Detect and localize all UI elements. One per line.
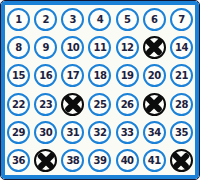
number-cell-33[interactable]: 33 bbox=[116, 121, 139, 144]
number-cell-7[interactable]: 7 bbox=[170, 8, 193, 31]
number-cell-41[interactable]: 41 bbox=[143, 149, 166, 172]
number-cell-19[interactable]: 19 bbox=[116, 64, 139, 87]
number-cell-30[interactable]: 30 bbox=[34, 121, 57, 144]
number-cell-39[interactable]: 39 bbox=[88, 149, 111, 172]
number-cell-10[interactable]: 10 bbox=[61, 36, 84, 59]
crossed-number-cell-27[interactable] bbox=[143, 93, 166, 116]
number-cell-3[interactable]: 3 bbox=[61, 8, 84, 31]
crossed-number-cell-42[interactable] bbox=[170, 149, 193, 172]
number-cell-21[interactable]: 21 bbox=[170, 64, 193, 87]
number-cell-4[interactable]: 4 bbox=[88, 8, 111, 31]
number-cell-15[interactable]: 15 bbox=[7, 64, 30, 87]
x-mark-icon bbox=[63, 95, 82, 114]
x-mark-icon bbox=[145, 95, 164, 114]
number-cell-20[interactable]: 20 bbox=[143, 64, 166, 87]
crossed-number-cell-13[interactable] bbox=[143, 36, 166, 59]
number-cell-6[interactable]: 6 bbox=[143, 8, 166, 31]
number-cell-9[interactable]: 9 bbox=[34, 36, 57, 59]
number-cell-11[interactable]: 11 bbox=[88, 36, 111, 59]
number-cell-29[interactable]: 29 bbox=[7, 121, 30, 144]
number-cell-23[interactable]: 23 bbox=[34, 93, 57, 116]
number-cell-22[interactable]: 22 bbox=[7, 93, 30, 116]
number-cell-31[interactable]: 31 bbox=[61, 121, 84, 144]
crossed-number-cell-37[interactable] bbox=[34, 149, 57, 172]
number-cell-40[interactable]: 40 bbox=[116, 149, 139, 172]
number-cell-16[interactable]: 16 bbox=[34, 64, 57, 87]
number-cell-38[interactable]: 38 bbox=[61, 149, 84, 172]
crossed-number-cell-24[interactable] bbox=[61, 93, 84, 116]
lottery-card: 1234567891011121415161718192021222325262… bbox=[0, 0, 200, 180]
number-cell-12[interactable]: 12 bbox=[116, 36, 139, 59]
number-cell-34[interactable]: 34 bbox=[143, 121, 166, 144]
number-cell-28[interactable]: 28 bbox=[170, 93, 193, 116]
number-cell-5[interactable]: 5 bbox=[116, 8, 139, 31]
number-cell-14[interactable]: 14 bbox=[170, 36, 193, 59]
number-cell-18[interactable]: 18 bbox=[88, 64, 111, 87]
x-mark-icon bbox=[36, 151, 55, 170]
number-cell-26[interactable]: 26 bbox=[116, 93, 139, 116]
number-cell-1[interactable]: 1 bbox=[7, 8, 30, 31]
number-cell-8[interactable]: 8 bbox=[7, 36, 30, 59]
number-cell-2[interactable]: 2 bbox=[34, 8, 57, 31]
x-mark-icon bbox=[172, 151, 191, 170]
number-cell-25[interactable]: 25 bbox=[88, 93, 111, 116]
x-mark-icon bbox=[145, 38, 164, 57]
number-grid: 1234567891011121415161718192021222325262… bbox=[5, 5, 195, 175]
number-cell-32[interactable]: 32 bbox=[88, 121, 111, 144]
number-cell-36[interactable]: 36 bbox=[7, 149, 30, 172]
number-cell-35[interactable]: 35 bbox=[170, 121, 193, 144]
number-cell-17[interactable]: 17 bbox=[61, 64, 84, 87]
